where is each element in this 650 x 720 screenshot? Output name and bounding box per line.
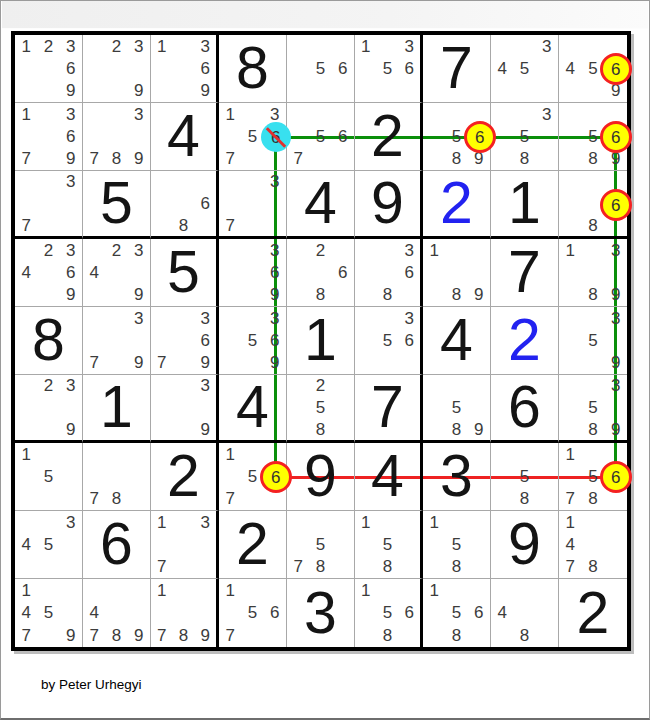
candidate-slot: 6 [194, 57, 216, 79]
candidate-slot [128, 443, 150, 465]
pencil-marks: 239 [83, 35, 150, 102]
solved-digit: 1 [287, 307, 354, 374]
pencil-marks: 1568 [423, 579, 490, 647]
cell-r6c5[interactable]: 258 [287, 375, 355, 443]
candidate-slot [60, 602, 82, 625]
candidate-slot: 8 [173, 624, 195, 647]
candidate-slot: 8 [445, 148, 467, 170]
candidate-slot: 8 [377, 556, 399, 578]
candidate-slot [128, 125, 150, 147]
solved-digit: 2 [219, 511, 286, 578]
candidate-slot: 7 [151, 556, 173, 578]
solved-digit: 9 [287, 443, 354, 510]
candidate-slot [60, 556, 82, 578]
candidate-slot [445, 103, 467, 125]
candidate-slot [83, 57, 105, 79]
candidate-slot [468, 375, 490, 397]
candidate-slot [83, 579, 105, 602]
cell-r8c9[interactable]: 1478 [559, 511, 627, 579]
pencil-marks: 78 [83, 443, 150, 510]
candidate-slot [173, 193, 195, 215]
candidate-slot: 7 [83, 352, 105, 374]
candidate-slot [151, 193, 173, 215]
candidate-slot [128, 579, 150, 602]
cell-r8c1[interactable]: 345 [15, 511, 83, 579]
cell-r6c1[interactable]: 239 [15, 375, 83, 443]
candidate-slot [151, 80, 173, 102]
candidate-slot [173, 556, 195, 578]
cell-r6c2[interactable]: 1 [83, 375, 151, 443]
candidate-slot [582, 171, 605, 193]
cell-r4c9[interactable]: 1389 [559, 239, 627, 307]
candidate-slot [37, 57, 59, 79]
candidate-slot [559, 103, 582, 125]
candidate-slot [151, 307, 173, 329]
candidate-slot: 9 [60, 418, 82, 440]
candidate-slot: 9 [60, 284, 82, 306]
candidate-slot [287, 511, 309, 533]
candidate-slot [355, 624, 377, 647]
candidate-slot: 6 [332, 57, 354, 79]
candidate-slot [151, 533, 173, 555]
candidate-slot [83, 35, 105, 57]
candidate-slot [445, 239, 467, 261]
candidate-slot [355, 80, 377, 102]
candidate-slot [241, 148, 263, 170]
cell-r5c3[interactable]: 3679 [151, 307, 219, 375]
pencil-marks: 1478 [559, 511, 627, 578]
candidate-slot: 8 [377, 624, 399, 647]
candidate-slot [559, 214, 582, 236]
candidate-slot: 9 [128, 148, 150, 170]
pencil-marks: 189 [423, 239, 490, 306]
cell-r8c3[interactable]: 137 [151, 511, 219, 579]
candidate-slot: 9 [60, 80, 82, 102]
candidate-slot [559, 375, 582, 397]
cell-r8c8[interactable]: 9 [491, 511, 559, 579]
candidate-slot: 5 [513, 465, 535, 487]
candidate-slot [604, 329, 627, 351]
cell-r1c7[interactable]: 7 [423, 35, 491, 103]
cell-r4c2[interactable]: 2349 [83, 239, 151, 307]
candidate-slot [219, 465, 241, 487]
cell-r8c4[interactable]: 2 [219, 511, 287, 579]
candidate-slot [355, 533, 377, 555]
candidate-slot: 4 [83, 602, 105, 625]
candidate-slot [582, 80, 605, 102]
cell-r3c4[interactable]: 37 [219, 171, 287, 239]
candidate-slot [468, 239, 490, 261]
candidate-slot [37, 511, 59, 533]
cell-r1c6[interactable]: 1356 [355, 35, 423, 103]
cell-r9c1[interactable]: 14579 [15, 579, 83, 647]
candidate-slot [151, 57, 173, 79]
candidate-slot [423, 375, 445, 397]
candidate-slot [536, 624, 558, 647]
candidate-slot [559, 171, 582, 193]
candidate-slot [105, 284, 127, 306]
pencil-marks: 3789 [83, 103, 150, 170]
candidate-slot: 8 [513, 148, 535, 170]
cell-r6c8[interactable]: 6 [491, 375, 559, 443]
candidate-slot [377, 35, 399, 57]
cell-r2c3[interactable]: 4 [151, 103, 219, 171]
candidate-slot: 4 [15, 261, 37, 283]
candidate-slot [241, 579, 263, 602]
candidate-slot: 7 [15, 148, 37, 170]
solved-digit: 6 [83, 511, 150, 578]
candidate-slot: 5 [309, 533, 331, 555]
cell-r6c3[interactable]: 39 [151, 375, 219, 443]
cell-r2c2[interactable]: 3789 [83, 103, 151, 171]
candidate-slot [309, 103, 331, 125]
cell-r2c8[interactable]: 358 [491, 103, 559, 171]
pencil-marks: 15 [15, 443, 82, 510]
candidate-slot [83, 307, 105, 329]
candidate-slot [332, 35, 354, 57]
candidate-slot [582, 103, 605, 125]
candidate-slot: 5 [377, 57, 399, 79]
candidate-slot: 5 [377, 533, 399, 555]
candidate-slot: 6 [264, 261, 286, 283]
candidate-slot [173, 533, 195, 555]
solved-digit: 8 [15, 307, 82, 374]
cell-r8c5[interactable]: 578 [287, 511, 355, 579]
pencil-marks: 3589 [559, 375, 627, 440]
cell-r7c2[interactable]: 78 [83, 443, 151, 511]
window-toolbar-strip [2, 1, 648, 29]
candidate-slot: 6 [332, 261, 354, 283]
candidate-slot [423, 103, 445, 125]
candidate-slot [332, 511, 354, 533]
candidate-slot: 1 [15, 103, 37, 125]
candidate-slot [173, 352, 195, 374]
cell-r7c5[interactable]: 9 [287, 443, 355, 511]
cell-r1c4[interactable]: 8 [219, 35, 287, 103]
candidate-slot [332, 556, 354, 578]
candidate-slot [241, 239, 263, 261]
solved-digit: 2 [559, 579, 627, 647]
cell-r6c9[interactable]: 3589 [559, 375, 627, 443]
candidate-slot [491, 103, 513, 125]
circled-candidate: 6 [600, 121, 632, 153]
solved-digit: 2 [151, 443, 216, 510]
pencil-marks: 368 [355, 239, 420, 306]
candidate-slot [173, 57, 195, 79]
candidate-slot [219, 307, 241, 329]
candidate-slot [423, 125, 445, 147]
candidate-slot: 3 [536, 35, 558, 57]
candidate-slot [60, 488, 82, 510]
pencil-marks: 578 [287, 511, 354, 578]
candidate-slot [559, 418, 582, 440]
candidate-slot [287, 375, 309, 397]
cell-r6c7[interactable]: 589 [423, 375, 491, 443]
candidate-slot [264, 214, 286, 236]
candidate-slot [37, 125, 59, 147]
cell-r5c2[interactable]: 379 [83, 307, 151, 375]
candidate-slot [468, 579, 490, 602]
cell-r4c7[interactable]: 189 [423, 239, 491, 307]
candidate-slot: 1 [559, 443, 582, 465]
pencil-marks: 358 [491, 103, 558, 170]
pencil-marks: 239 [15, 375, 82, 440]
cell-r4c4[interactable]: 369 [219, 239, 287, 307]
candidate-slot [582, 261, 605, 283]
cell-r5c1[interactable]: 8 [15, 307, 83, 375]
candidate-slot [15, 239, 37, 261]
candidate-slot [491, 579, 513, 602]
cell-r3c5[interactable]: 4 [287, 171, 355, 239]
cell-r1c3[interactable]: 1369 [151, 35, 219, 103]
cell-r3c8[interactable]: 1 [491, 171, 559, 239]
candidate-slot [332, 148, 354, 170]
candidate-slot [241, 284, 263, 306]
candidate-slot [536, 579, 558, 602]
cell-r2c5[interactable]: 567 [287, 103, 355, 171]
candidate-slot [309, 261, 331, 283]
candidate-slot [128, 488, 150, 510]
candidate-slot: 8 [105, 148, 127, 170]
cell-r9c4[interactable]: 1567 [219, 579, 287, 647]
candidate-slot [60, 193, 82, 215]
candidate-slot: 5 [445, 533, 467, 555]
candidate-slot [219, 125, 241, 147]
candidate-slot [309, 511, 331, 533]
cell-r8c7[interactable]: 158 [423, 511, 491, 579]
candidate-slot [105, 307, 127, 329]
candidate-slot: 5 [377, 329, 399, 351]
cell-r5c7[interactable]: 4 [423, 307, 491, 375]
cell-r9c9[interactable]: 2 [559, 579, 627, 647]
candidate-slot [128, 465, 150, 487]
pencil-marks: 268 [287, 239, 354, 306]
cell-r2c1[interactable]: 13679 [15, 103, 83, 171]
candidate-slot [536, 57, 558, 79]
candidate-slot [513, 443, 535, 465]
cell-r9c6[interactable]: 1568 [355, 579, 423, 647]
pencil-marks: 589 [423, 375, 490, 440]
candidate-slot [105, 579, 127, 602]
candidate-slot [60, 397, 82, 419]
candidate-slot [377, 261, 399, 283]
candidate-slot [194, 397, 216, 419]
cell-r7c8[interactable]: 58 [491, 443, 559, 511]
candidate-slot: 6 [264, 602, 286, 625]
pencil-marks: 379 [83, 307, 150, 374]
candidate-slot: 2 [37, 239, 59, 261]
candidate-slot [287, 80, 309, 102]
candidate-slot: 6 [60, 125, 82, 147]
cell-r9c5[interactable]: 3 [287, 579, 355, 647]
candidate-slot: 6 [194, 329, 216, 351]
candidate-slot: 5 [309, 397, 331, 419]
candidate-slot [37, 579, 59, 602]
candidate-slot [491, 443, 513, 465]
candidate-slot: 3 [398, 307, 420, 329]
solved-digit: 7 [423, 35, 490, 102]
candidate-slot: 7 [559, 556, 582, 578]
pencil-marks: 39 [151, 375, 216, 440]
cell-r9c2[interactable]: 4789 [83, 579, 151, 647]
candidate-slot [15, 125, 37, 147]
candidate-slot [37, 80, 59, 102]
author-caption: by Peter Urhegyi [41, 677, 142, 692]
candidate-slot: 9 [128, 80, 150, 102]
candidate-digit: 6 [611, 469, 620, 486]
candidate-digit: 6 [611, 61, 620, 78]
candidate-slot: 8 [582, 556, 605, 578]
candidate-slot: 6 [264, 329, 286, 351]
candidate-slot: 6 [468, 602, 490, 625]
candidate-slot [287, 35, 309, 57]
cell-r1c2[interactable]: 239 [83, 35, 151, 103]
candidate-slot [559, 35, 582, 57]
cell-r5c5[interactable]: 1 [287, 307, 355, 375]
candidate-slot [194, 171, 216, 193]
candidate-slot: 3 [264, 171, 286, 193]
candidate-slot [219, 193, 241, 215]
candidate-slot: 6 [398, 602, 420, 625]
candidate-slot: 6 [398, 57, 420, 79]
circled-candidate: 6 [600, 53, 632, 85]
candidate-slot [332, 239, 354, 261]
candidate-slot: 6 [60, 261, 82, 283]
candidate-slot: 2 [309, 375, 331, 397]
cell-r9c8[interactable]: 48 [491, 579, 559, 647]
cell-r5c9[interactable]: 359 [559, 307, 627, 375]
candidate-slot: 3 [60, 103, 82, 125]
candidate-slot: 1 [423, 239, 445, 261]
pencil-marks: 14579 [15, 579, 82, 647]
cell-r7c6[interactable]: 4 [355, 443, 423, 511]
candidate-slot: 1 [15, 443, 37, 465]
candidate-slot [332, 533, 354, 555]
cell-r7c7[interactable]: 3 [423, 443, 491, 511]
candidate-slot [355, 329, 377, 351]
candidate-slot: 8 [105, 624, 127, 647]
pencil-marks: 1789 [151, 579, 216, 647]
candidate-slot [559, 397, 582, 419]
candidate-slot [491, 148, 513, 170]
cell-r9c3[interactable]: 1789 [151, 579, 219, 647]
candidate-slot [105, 352, 127, 374]
candidate-slot: 2 [105, 239, 127, 261]
pencil-marks: 4789 [83, 579, 150, 647]
cell-r5c4[interactable]: 3569 [219, 307, 287, 375]
candidate-slot [219, 171, 241, 193]
candidate-slot: 8 [445, 556, 467, 578]
pencil-marks: 258 [287, 375, 354, 440]
candidate-slot [241, 103, 263, 125]
candidate-slot: 9 [128, 352, 150, 374]
pencil-marks: 37 [15, 171, 82, 236]
candidate-slot [559, 80, 582, 102]
cell-r3c6[interactable]: 9 [355, 171, 423, 239]
pencil-marks: 1356 [355, 35, 420, 102]
cell-r7c1[interactable]: 15 [15, 443, 83, 511]
cell-r2c6[interactable]: 2 [355, 103, 423, 171]
cell-r4c6[interactable]: 368 [355, 239, 423, 307]
candidate-slot [604, 397, 627, 419]
candidate-slot: 7 [219, 148, 241, 170]
candidate-slot: 1 [15, 35, 37, 57]
candidate-slot: 3 [128, 307, 150, 329]
cell-r9c7[interactable]: 1568 [423, 579, 491, 647]
cell-r1c1[interactable]: 12369 [15, 35, 83, 103]
circled-candidate: 6 [464, 121, 496, 153]
candidate-slot: 4 [491, 57, 513, 79]
candidate-slot [559, 352, 582, 374]
candidate-slot [536, 80, 558, 102]
candidate-slot [60, 443, 82, 465]
candidate-slot [15, 488, 37, 510]
cell-r5c8[interactable]: 2 [491, 307, 559, 375]
candidate-slot [536, 488, 558, 510]
candidate-slot [83, 80, 105, 102]
candidate-slot [445, 261, 467, 283]
candidate-slot: 9 [60, 624, 82, 647]
candidate-slot: 5 [377, 602, 399, 625]
cell-r3c3[interactable]: 68 [151, 171, 219, 239]
candidate-slot: 9 [264, 284, 286, 306]
cell-r4c1[interactable]: 23469 [15, 239, 83, 307]
candidate-slot: 1 [151, 579, 173, 602]
candidate-slot [128, 329, 150, 351]
candidate-slot [37, 397, 59, 419]
candidate-digit: 6 [271, 469, 280, 486]
cell-r8c6[interactable]: 158 [355, 511, 423, 579]
candidate-slot [241, 443, 263, 465]
candidate-slot [287, 418, 309, 440]
candidate-slot [398, 352, 420, 374]
candidate-slot: 5 [582, 329, 605, 351]
cell-r3c1[interactable]: 37 [15, 171, 83, 239]
candidate-slot: 3 [398, 35, 420, 57]
cell-r6c6[interactable]: 7 [355, 375, 423, 443]
candidate-slot [559, 261, 582, 283]
cell-r3c2[interactable]: 5 [83, 171, 151, 239]
cell-r4c8[interactable]: 7 [491, 239, 559, 307]
candidate-slot: 5 [309, 125, 331, 147]
candidate-slot [15, 397, 37, 419]
candidate-slot [468, 556, 490, 578]
candidate-slot [83, 465, 105, 487]
cell-r4c3[interactable]: 5 [151, 239, 219, 307]
candidate-slot: 5 [513, 125, 535, 147]
cell-r6c4[interactable]: 4 [219, 375, 287, 443]
solved-digit-blue: 2 [423, 171, 490, 236]
cell-r5c6[interactable]: 356 [355, 307, 423, 375]
cell-r1c8[interactable]: 345 [491, 35, 559, 103]
cell-r1c5[interactable]: 56 [287, 35, 355, 103]
candidate-slot [398, 556, 420, 578]
candidate-slot [151, 214, 173, 236]
candidate-slot: 9 [604, 352, 627, 374]
pencil-marks: 13679 [15, 103, 82, 170]
candidate-slot: 5 [445, 397, 467, 419]
candidate-slot: 5 [445, 602, 467, 625]
sudoku-board: 1236923913698561356734545913679378941357… [11, 31, 631, 651]
cell-r7c3[interactable]: 2 [151, 443, 219, 511]
cell-r4c5[interactable]: 268 [287, 239, 355, 307]
cell-r8c2[interactable]: 6 [83, 511, 151, 579]
pencil-marks: 158 [355, 511, 420, 578]
solved-digit-blue: 2 [491, 307, 558, 374]
cell-r3c7[interactable]: 2 [423, 171, 491, 239]
candidate-slot [37, 103, 59, 125]
eliminated-candidate: 6 [261, 122, 291, 152]
